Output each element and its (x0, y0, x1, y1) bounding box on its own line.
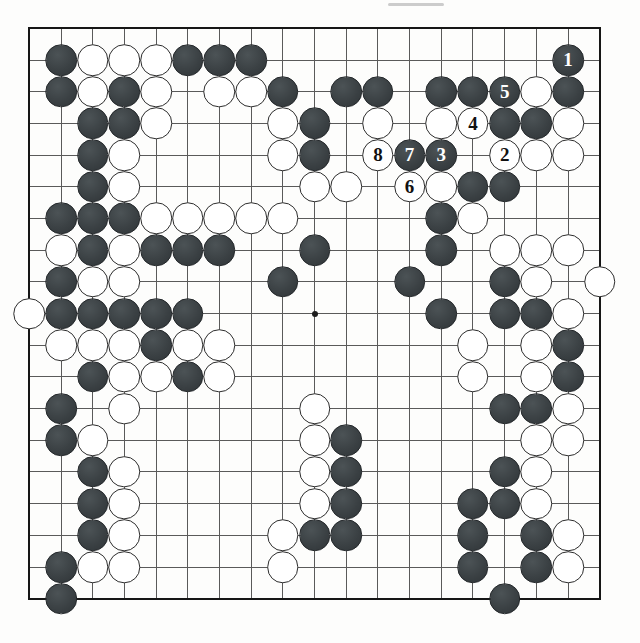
intersection (521, 108, 553, 140)
intersection (77, 488, 109, 520)
intersection (489, 520, 521, 552)
intersection (267, 424, 299, 456)
intersection (552, 361, 584, 393)
intersection (394, 520, 426, 552)
intersection (204, 108, 236, 140)
stone-white (267, 520, 299, 552)
intersection (489, 551, 521, 583)
intersection (140, 488, 172, 520)
intersection (77, 583, 109, 615)
intersection (299, 520, 331, 552)
intersection (584, 361, 616, 393)
stone-black (109, 76, 141, 108)
intersection (584, 139, 616, 171)
intersection (299, 234, 331, 266)
intersection (457, 520, 489, 552)
stone-black (140, 298, 172, 330)
intersection (267, 551, 299, 583)
stone-black (45, 551, 77, 583)
intersection (109, 203, 141, 235)
stone-black (489, 298, 521, 330)
stone-black (457, 551, 489, 583)
intersection (394, 329, 426, 361)
move-4-stone: 4 (457, 108, 489, 140)
intersection (140, 520, 172, 552)
intersection (235, 234, 267, 266)
stone-white (267, 203, 299, 235)
intersection (77, 139, 109, 171)
intersection (330, 583, 362, 615)
move-number: 2 (500, 146, 510, 165)
intersection (425, 108, 457, 140)
intersection (489, 203, 521, 235)
intersection (584, 266, 616, 298)
stone-black (330, 520, 362, 552)
intersection (457, 13, 489, 45)
intersection (235, 393, 267, 425)
intersection (109, 329, 141, 361)
intersection (299, 424, 331, 456)
move-number: 4 (468, 114, 478, 133)
stone-black (204, 44, 236, 76)
intersection (362, 108, 394, 140)
stone-black (140, 329, 172, 361)
intersection (235, 424, 267, 456)
intersection (489, 361, 521, 393)
stone-black (172, 298, 204, 330)
intersection: 5 (489, 76, 521, 108)
move-6-stone: 6 (394, 171, 426, 203)
stone-black (172, 44, 204, 76)
intersection (330, 203, 362, 235)
intersection (45, 329, 77, 361)
stone-black (77, 234, 109, 266)
intersection (235, 456, 267, 488)
intersection (235, 488, 267, 520)
stone-black (552, 76, 584, 108)
intersection (45, 361, 77, 393)
intersection (109, 76, 141, 108)
intersection (172, 551, 204, 583)
stone-black (521, 551, 553, 583)
intersection (204, 393, 236, 425)
stone-black (489, 266, 521, 298)
intersection (172, 108, 204, 140)
move-7-stone: 7 (394, 139, 426, 171)
intersection (362, 329, 394, 361)
intersection (14, 234, 46, 266)
intersection (109, 551, 141, 583)
intersection (235, 108, 267, 140)
intersection (425, 456, 457, 488)
intersection (362, 76, 394, 108)
stone-black (45, 203, 77, 235)
intersection (362, 393, 394, 425)
stone-white (552, 551, 584, 583)
stone-black (45, 298, 77, 330)
stone-black (45, 266, 77, 298)
intersection (552, 329, 584, 361)
intersection (140, 76, 172, 108)
stone-black (489, 583, 521, 615)
intersection (140, 424, 172, 456)
stone-black (45, 583, 77, 615)
stone-black (109, 298, 141, 330)
intersection (489, 488, 521, 520)
intersection (299, 139, 331, 171)
intersection (109, 139, 141, 171)
intersection (425, 361, 457, 393)
intersection (457, 488, 489, 520)
intersection (109, 108, 141, 140)
intersection (330, 393, 362, 425)
move-number: 6 (405, 177, 415, 196)
stone-black (77, 361, 109, 393)
intersection (45, 393, 77, 425)
stone-white (45, 234, 77, 266)
intersection (362, 203, 394, 235)
intersection (330, 13, 362, 45)
intersection (394, 583, 426, 615)
intersection (330, 361, 362, 393)
stone-black (109, 203, 141, 235)
intersection (330, 139, 362, 171)
stone-white (426, 171, 458, 203)
intersection (394, 298, 426, 330)
intersection (235, 551, 267, 583)
intersection (77, 520, 109, 552)
intersection (204, 551, 236, 583)
stone-white (77, 44, 109, 76)
intersection (330, 76, 362, 108)
stone-black (77, 456, 109, 488)
stone-white (235, 203, 267, 235)
intersection (362, 298, 394, 330)
intersection (45, 456, 77, 488)
intersection (14, 329, 46, 361)
intersection (267, 393, 299, 425)
stone-white (267, 108, 299, 140)
intersection (14, 424, 46, 456)
stone-white (109, 393, 141, 425)
intersection (14, 203, 46, 235)
stone-white (267, 139, 299, 171)
stone-white (172, 329, 204, 361)
stone-white (109, 520, 141, 552)
intersection: 6 (394, 171, 426, 203)
stone-black (552, 361, 584, 393)
stone-black (172, 234, 204, 266)
stone-white (299, 393, 331, 425)
intersection (204, 203, 236, 235)
intersection (489, 13, 521, 45)
intersection (552, 393, 584, 425)
stone-white (489, 234, 521, 266)
intersection (489, 108, 521, 140)
intersection (489, 171, 521, 203)
move-number: 5 (500, 82, 510, 101)
intersection (552, 203, 584, 235)
intersection (14, 13, 46, 45)
intersection (140, 266, 172, 298)
intersection (204, 361, 236, 393)
intersection (109, 393, 141, 425)
intersection (330, 551, 362, 583)
stone-white (552, 393, 584, 425)
intersection (109, 44, 141, 76)
intersection (204, 171, 236, 203)
intersection (267, 234, 299, 266)
intersection (521, 203, 553, 235)
stone-black (426, 203, 458, 235)
intersection (394, 44, 426, 76)
intersection (362, 361, 394, 393)
intersection (362, 266, 394, 298)
move-8-stone: 8 (362, 139, 394, 171)
intersection (45, 551, 77, 583)
intersection (457, 203, 489, 235)
stone-white (521, 488, 553, 520)
intersection (521, 139, 553, 171)
intersection (521, 488, 553, 520)
stone-black (172, 361, 204, 393)
stone-white (552, 108, 584, 140)
intersection (299, 266, 331, 298)
intersection (45, 424, 77, 456)
intersection (584, 76, 616, 108)
intersection (552, 171, 584, 203)
intersection (45, 171, 77, 203)
intersection (552, 266, 584, 298)
intersection (299, 203, 331, 235)
stone-white (584, 266, 616, 298)
intersection (140, 171, 172, 203)
intersection: 1 (552, 44, 584, 76)
intersection (425, 520, 457, 552)
stone-black (489, 488, 521, 520)
stone-black (77, 520, 109, 552)
intersection (45, 488, 77, 520)
move-2-stone: 2 (489, 139, 521, 171)
intersection (204, 44, 236, 76)
intersection (584, 424, 616, 456)
intersection (521, 44, 553, 76)
intersection (521, 171, 553, 203)
intersection (521, 456, 553, 488)
intersection (425, 171, 457, 203)
intersection (330, 108, 362, 140)
intersection (330, 456, 362, 488)
intersection (299, 108, 331, 140)
intersection (235, 171, 267, 203)
intersection (45, 108, 77, 140)
intersection (172, 298, 204, 330)
intersection (45, 583, 77, 615)
stone-white (521, 234, 553, 266)
intersection (362, 520, 394, 552)
intersection (235, 298, 267, 330)
intersection (362, 551, 394, 583)
intersection (552, 298, 584, 330)
intersection (552, 424, 584, 456)
stone-white (457, 203, 489, 235)
intersection (267, 203, 299, 235)
intersection (521, 583, 553, 615)
intersection (362, 171, 394, 203)
intersection (521, 520, 553, 552)
intersection (14, 44, 46, 76)
intersection (172, 234, 204, 266)
intersection (267, 108, 299, 140)
intersection (77, 266, 109, 298)
intersection (267, 44, 299, 76)
intersection (45, 266, 77, 298)
intersection (584, 44, 616, 76)
intersection (140, 456, 172, 488)
stone-white (109, 329, 141, 361)
intersection: 7 (394, 139, 426, 171)
stone-white (204, 329, 236, 361)
stone-white (521, 425, 553, 457)
intersection (425, 488, 457, 520)
intersection (457, 424, 489, 456)
intersection (425, 424, 457, 456)
intersection (521, 13, 553, 45)
intersection (204, 424, 236, 456)
intersection (330, 520, 362, 552)
stone-black (77, 108, 109, 140)
intersection (235, 139, 267, 171)
intersection (204, 139, 236, 171)
stone-black (77, 203, 109, 235)
intersection (77, 393, 109, 425)
stone-white (109, 44, 141, 76)
intersection: 2 (489, 139, 521, 171)
intersection (235, 583, 267, 615)
stone-black (521, 298, 553, 330)
intersection (235, 13, 267, 45)
intersection (14, 551, 46, 583)
intersection (204, 298, 236, 330)
stone-black (362, 76, 394, 108)
stone-black (77, 488, 109, 520)
intersection (204, 456, 236, 488)
intersection (45, 13, 77, 45)
intersection (299, 76, 331, 108)
intersection (109, 488, 141, 520)
intersection (140, 13, 172, 45)
intersection (299, 393, 331, 425)
intersection (394, 108, 426, 140)
move-number: 7 (405, 146, 415, 165)
intersection (489, 329, 521, 361)
intersection (394, 456, 426, 488)
stone-black (489, 171, 521, 203)
stone-black (426, 76, 458, 108)
intersection (552, 456, 584, 488)
stone-black (521, 520, 553, 552)
intersection (425, 44, 457, 76)
stone-white (109, 234, 141, 266)
stone-white (521, 139, 553, 171)
stone-black (521, 108, 553, 140)
intersection (140, 44, 172, 76)
stone-black (394, 266, 426, 298)
stone-white (140, 44, 172, 76)
intersection (330, 171, 362, 203)
intersection (584, 13, 616, 45)
intersection (235, 361, 267, 393)
intersection (204, 583, 236, 615)
stone-white (267, 551, 299, 583)
stone-black (45, 393, 77, 425)
intersection (77, 108, 109, 140)
go-board: 15487326 (14, 13, 616, 615)
intersection (77, 551, 109, 583)
intersection (362, 488, 394, 520)
intersection (172, 329, 204, 361)
intersection (584, 234, 616, 266)
stone-white (552, 425, 584, 457)
intersection (489, 393, 521, 425)
stone-black (77, 298, 109, 330)
intersection (109, 424, 141, 456)
intersection (172, 203, 204, 235)
intersection (489, 234, 521, 266)
intersection: 4 (457, 108, 489, 140)
intersection (394, 393, 426, 425)
stone-black (330, 456, 362, 488)
intersection (109, 171, 141, 203)
intersection (584, 456, 616, 488)
intersection (584, 171, 616, 203)
intersection (109, 266, 141, 298)
intersection (172, 520, 204, 552)
intersection (552, 108, 584, 140)
intersection (267, 520, 299, 552)
intersection (109, 583, 141, 615)
intersection (362, 424, 394, 456)
intersection (394, 424, 426, 456)
stone-black (77, 139, 109, 171)
intersection (109, 298, 141, 330)
intersection (330, 424, 362, 456)
stone-white (109, 551, 141, 583)
intersection (394, 13, 426, 45)
intersection (172, 361, 204, 393)
stone-white (235, 76, 267, 108)
intersection (457, 44, 489, 76)
intersection (299, 551, 331, 583)
stone-black (552, 329, 584, 361)
intersection (362, 13, 394, 45)
intersection (489, 583, 521, 615)
intersection (77, 424, 109, 456)
intersection (109, 456, 141, 488)
stone-black (299, 520, 331, 552)
stone-white (204, 361, 236, 393)
stone-white (457, 361, 489, 393)
move-3-stone: 3 (426, 139, 458, 171)
intersection (425, 266, 457, 298)
stone-white (109, 266, 141, 298)
intersection (489, 266, 521, 298)
stone-black (426, 298, 458, 330)
intersection (140, 393, 172, 425)
intersection (204, 520, 236, 552)
intersection (425, 551, 457, 583)
intersection (172, 139, 204, 171)
